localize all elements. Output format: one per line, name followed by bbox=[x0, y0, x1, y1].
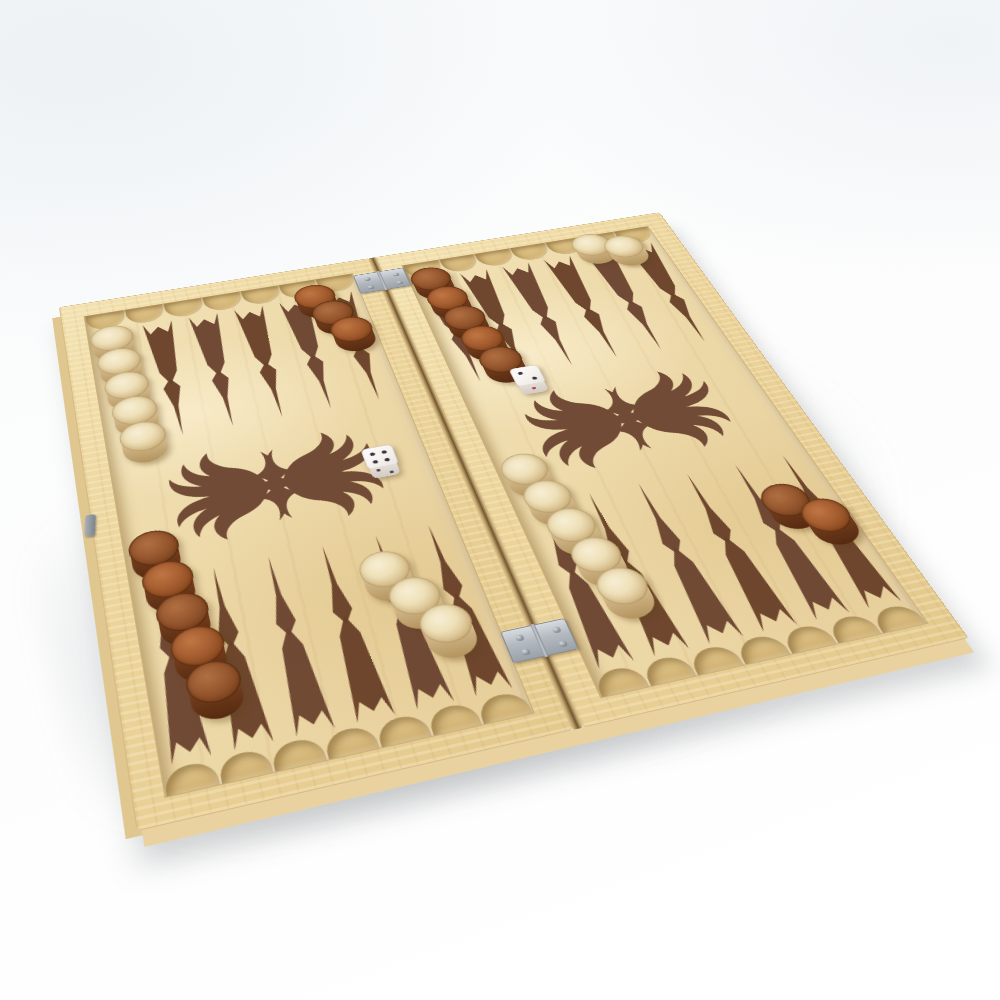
die-pip bbox=[381, 450, 387, 454]
hinge-screw bbox=[521, 648, 531, 656]
hinge-screw bbox=[364, 277, 371, 281]
die-pip bbox=[372, 460, 378, 464]
checker-cup[interactable] bbox=[592, 664, 649, 697]
hinge-screw bbox=[552, 626, 562, 633]
checker-cup[interactable] bbox=[425, 701, 482, 736]
checker-cup[interactable] bbox=[323, 724, 380, 760]
die-pip bbox=[532, 387, 537, 390]
hinge-screw bbox=[396, 280, 403, 284]
checker-cup[interactable] bbox=[476, 690, 533, 724]
die-pip bbox=[389, 470, 394, 473]
hinge-screw bbox=[558, 640, 568, 647]
hinge-screw bbox=[367, 285, 374, 289]
die-pip bbox=[369, 452, 375, 456]
die-pip bbox=[385, 458, 391, 462]
checker-cup[interactable] bbox=[217, 747, 274, 784]
die-pip bbox=[517, 371, 523, 375]
checker-cup[interactable] bbox=[270, 735, 327, 771]
checker-cup[interactable] bbox=[687, 643, 744, 675]
hinge-pin bbox=[530, 624, 549, 658]
product-photo-stage bbox=[0, 0, 1000, 1000]
photo-background: { "game": { "name": "Backgammon (Nardy)"… bbox=[0, 0, 1000, 1000]
checker-cup[interactable] bbox=[734, 633, 791, 665]
case-clasp bbox=[84, 514, 96, 537]
die-pip bbox=[376, 468, 381, 471]
checker-light[interactable] bbox=[117, 418, 171, 467]
checker-cup[interactable] bbox=[374, 712, 431, 747]
hinge-pin bbox=[376, 271, 388, 291]
hinge-screw bbox=[515, 634, 525, 641]
die-pip bbox=[532, 377, 538, 381]
hinge-screw bbox=[392, 272, 399, 276]
checker-cup[interactable] bbox=[779, 622, 836, 653]
checker-cup[interactable] bbox=[640, 653, 697, 686]
